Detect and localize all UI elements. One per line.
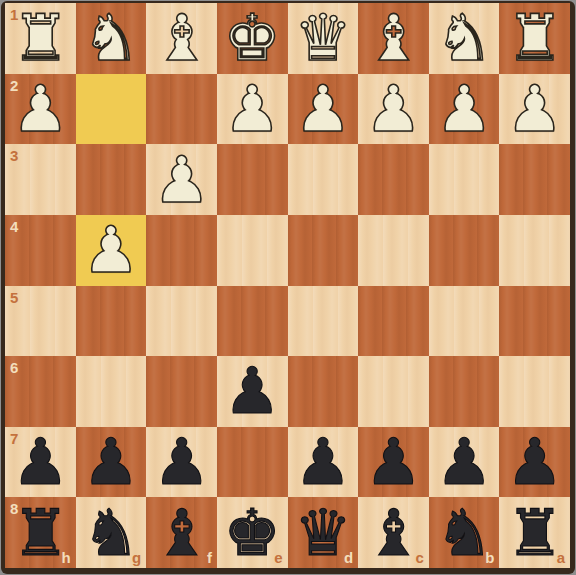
square-e5[interactable] (217, 286, 288, 357)
white-pawn-h2[interactable]: ♟ (12, 74, 69, 144)
square-f6[interactable] (146, 356, 217, 427)
square-e2[interactable]: ♟ (217, 74, 288, 145)
square-h3[interactable]: 3 (5, 144, 76, 215)
square-c8[interactable]: ♝c (358, 497, 429, 568)
square-h1[interactable]: ♜1 (5, 3, 76, 74)
white-pawn-a2[interactable]: ♟ (506, 74, 563, 144)
square-a2[interactable]: ♟ (499, 74, 570, 145)
square-c6[interactable] (358, 356, 429, 427)
black-pawn-e6[interactable]: ♟ (224, 356, 281, 426)
square-g3[interactable] (76, 144, 147, 215)
square-e4[interactable] (217, 215, 288, 286)
square-b3[interactable] (429, 144, 500, 215)
square-g2[interactable] (76, 74, 147, 145)
square-c2[interactable]: ♟ (358, 74, 429, 145)
black-pawn-b7[interactable]: ♟ (435, 427, 492, 497)
black-bishop-f8[interactable]: ♝ (153, 498, 210, 568)
white-pawn-e2[interactable]: ♟ (224, 74, 281, 144)
white-bishop-f1[interactable]: ♝ (153, 3, 210, 73)
square-g7[interactable]: ♟ (76, 427, 147, 498)
white-rook-h1[interactable]: ♜ (12, 3, 69, 73)
black-pawn-g7[interactable]: ♟ (82, 427, 139, 497)
black-knight-b8[interactable]: ♞ (435, 498, 492, 568)
square-d8[interactable]: ♛d (288, 497, 359, 568)
square-a4[interactable] (499, 215, 570, 286)
white-king-e1[interactable]: ♚ (224, 3, 281, 73)
square-d2[interactable]: ♟ (288, 74, 359, 145)
square-b4[interactable] (429, 215, 500, 286)
square-h5[interactable]: 5 (5, 286, 76, 357)
square-d5[interactable] (288, 286, 359, 357)
square-h6[interactable]: 6 (5, 356, 76, 427)
square-a5[interactable] (499, 286, 570, 357)
square-h4[interactable]: 4 (5, 215, 76, 286)
square-h2[interactable]: ♟2 (5, 74, 76, 145)
square-a3[interactable] (499, 144, 570, 215)
square-b6[interactable] (429, 356, 500, 427)
black-pawn-c7[interactable]: ♟ (365, 427, 422, 497)
square-b5[interactable] (429, 286, 500, 357)
black-pawn-h7[interactable]: ♟ (12, 427, 69, 497)
square-c3[interactable] (358, 144, 429, 215)
square-f4[interactable] (146, 215, 217, 286)
white-pawn-g4[interactable]: ♟ (82, 215, 139, 285)
square-h7[interactable]: ♟7 (5, 427, 76, 498)
white-knight-g1[interactable]: ♞ (82, 3, 139, 73)
square-d6[interactable] (288, 356, 359, 427)
white-queen-d1[interactable]: ♛ (294, 3, 351, 73)
rank-label-6: 6 (10, 360, 18, 375)
square-c1[interactable]: ♝ (358, 3, 429, 74)
square-f7[interactable]: ♟ (146, 427, 217, 498)
square-g1[interactable]: ♞ (76, 3, 147, 74)
square-f2[interactable] (146, 74, 217, 145)
square-a1[interactable]: ♜ (499, 3, 570, 74)
square-f8[interactable]: ♝f (146, 497, 217, 568)
square-f1[interactable]: ♝ (146, 3, 217, 74)
white-pawn-d2[interactable]: ♟ (294, 74, 351, 144)
square-d3[interactable] (288, 144, 359, 215)
square-g6[interactable] (76, 356, 147, 427)
square-g4[interactable]: ♟ (76, 215, 147, 286)
square-e3[interactable] (217, 144, 288, 215)
square-c7[interactable]: ♟ (358, 427, 429, 498)
square-c4[interactable] (358, 215, 429, 286)
rank-label-5: 5 (10, 290, 18, 305)
white-pawn-b2[interactable]: ♟ (435, 74, 492, 144)
white-knight-b1[interactable]: ♞ (435, 3, 492, 73)
black-pawn-a7[interactable]: ♟ (506, 427, 563, 497)
square-a8[interactable]: ♜a (499, 497, 570, 568)
square-d1[interactable]: ♛ (288, 3, 359, 74)
square-b8[interactable]: ♞b (429, 497, 500, 568)
black-bishop-c8[interactable]: ♝ (365, 498, 422, 568)
square-b1[interactable]: ♞ (429, 3, 500, 74)
square-e7[interactable] (217, 427, 288, 498)
rank-label-4: 4 (10, 219, 18, 234)
square-h8[interactable]: ♜8h (5, 497, 76, 568)
square-g5[interactable] (76, 286, 147, 357)
black-pawn-d7[interactable]: ♟ (294, 427, 351, 497)
black-rook-a8[interactable]: ♜ (506, 498, 563, 568)
black-queen-d8[interactable]: ♛ (294, 498, 351, 568)
square-a7[interactable]: ♟ (499, 427, 570, 498)
square-f3[interactable]: ♟ (146, 144, 217, 215)
square-f5[interactable] (146, 286, 217, 357)
square-b2[interactable]: ♟ (429, 74, 500, 145)
chess-board-grid: ♜1♞♝♚♛♝♞♜♟2♟♟♟♟♟3♟4♟56♟♟7♟♟♟♟♟♟♜8h♞g♝f♚e… (5, 3, 570, 568)
square-c5[interactable] (358, 286, 429, 357)
square-e6[interactable]: ♟ (217, 356, 288, 427)
square-d4[interactable] (288, 215, 359, 286)
square-a6[interactable] (499, 356, 570, 427)
white-rook-a1[interactable]: ♜ (506, 3, 563, 73)
black-king-e8[interactable]: ♚ (224, 498, 281, 568)
square-g8[interactable]: ♞g (76, 497, 147, 568)
square-b7[interactable]: ♟ (429, 427, 500, 498)
black-rook-h8[interactable]: ♜ (12, 498, 69, 568)
white-bishop-c1[interactable]: ♝ (365, 3, 422, 73)
white-pawn-f3[interactable]: ♟ (153, 145, 210, 215)
black-pawn-f7[interactable]: ♟ (153, 427, 210, 497)
square-d7[interactable]: ♟ (288, 427, 359, 498)
rank-label-3: 3 (10, 148, 18, 163)
square-e1[interactable]: ♚ (217, 3, 288, 74)
square-e8[interactable]: ♚e (217, 497, 288, 568)
white-pawn-c2[interactable]: ♟ (365, 74, 422, 144)
chess-board: ♜1♞♝♚♛♝♞♜♟2♟♟♟♟♟3♟4♟56♟♟7♟♟♟♟♟♟♜8h♞g♝f♚e… (0, 0, 576, 575)
black-knight-g8[interactable]: ♞ (82, 498, 139, 568)
